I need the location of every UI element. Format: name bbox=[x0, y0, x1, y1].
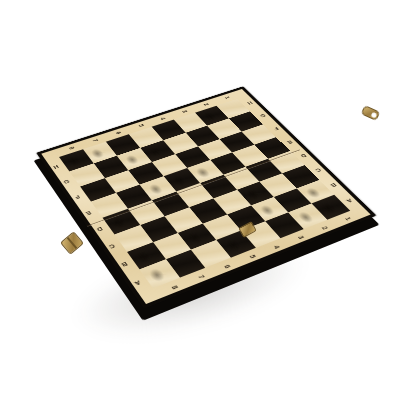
file-label-rank8-side: E bbox=[82, 208, 95, 216]
file-label-rank1-side: H bbox=[245, 100, 256, 106]
board-square: ♜ bbox=[140, 260, 180, 289]
pawn-glyph: ♟ bbox=[297, 197, 317, 219]
file-label-rank1-side: D bbox=[298, 152, 310, 159]
rook-glyph: ♜ bbox=[319, 185, 341, 210]
file-label-rank8-side: D bbox=[94, 225, 107, 233]
rank-label-afile-side: 2 bbox=[318, 224, 331, 233]
rank-label-afile-side: 7 bbox=[195, 272, 208, 282]
file-label-rank1-side: E bbox=[284, 138, 296, 145]
brass-hinge bbox=[60, 231, 84, 255]
board-square: ♟ bbox=[59, 149, 93, 171]
board-square: ♜ bbox=[312, 195, 350, 220]
file-label-rank1-side: A bbox=[343, 196, 356, 204]
rank-label-afile-side: 8 bbox=[168, 282, 181, 292]
rank-label-afile-side: 6 bbox=[220, 262, 233, 272]
file-label-rank8-side: G bbox=[61, 178, 73, 186]
file-label-rank8-side: C bbox=[106, 242, 119, 251]
file-label-rank1-side: G bbox=[257, 112, 269, 118]
queen-glyph: ♛ bbox=[106, 194, 133, 224]
pawn-glyph: ♟ bbox=[147, 133, 165, 153]
king-glyph: ♚ bbox=[143, 160, 170, 190]
pawn-glyph: ♟ bbox=[171, 161, 190, 182]
file-label-rank1-side: F bbox=[270, 125, 282, 132]
rank-label-afile-side: 4 bbox=[270, 242, 283, 251]
rank-label-afile-side: 1 bbox=[341, 215, 354, 224]
rook-glyph: ♜ bbox=[146, 250, 170, 277]
king-glyph: ♚ bbox=[190, 144, 217, 174]
file-label-rank8-side: A bbox=[131, 277, 145, 287]
product-photo-stage: ♞♜♛♟♞♝♚♟♟♟♟♚♝♟♟♛♞♜ 11HH22GG33FF44EE55DD6… bbox=[0, 0, 400, 400]
file-label-rank8-side: F bbox=[71, 193, 84, 201]
bishop-glyph: ♝ bbox=[256, 184, 281, 212]
rank-label-afile-side: 3 bbox=[294, 233, 307, 242]
file-label-rank8-side: H bbox=[50, 163, 62, 170]
file-label-rank8-side: B bbox=[118, 259, 132, 268]
pawn-glyph: ♟ bbox=[124, 141, 142, 161]
brass-hook bbox=[361, 105, 381, 121]
rank-label-afile-side: 5 bbox=[245, 252, 258, 262]
bishop-glyph: ♝ bbox=[183, 210, 209, 239]
